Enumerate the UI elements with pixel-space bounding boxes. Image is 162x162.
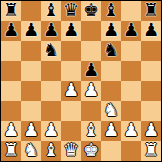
square-f8[interactable]: ♝ bbox=[101, 1, 121, 21]
square-c7[interactable]: ♟ bbox=[41, 21, 61, 41]
white-king: ♚ bbox=[83, 141, 99, 160]
square-a3[interactable] bbox=[1, 101, 21, 121]
square-f2[interactable]: ♟ bbox=[101, 121, 121, 141]
square-e7[interactable] bbox=[81, 21, 101, 41]
square-e1[interactable]: ♚ bbox=[81, 141, 101, 161]
square-h7[interactable]: ♟ bbox=[141, 21, 161, 41]
black-pawn: ♟ bbox=[83, 61, 99, 80]
square-f7[interactable]: ♟ bbox=[101, 21, 121, 41]
square-g2[interactable]: ♟ bbox=[121, 121, 141, 141]
black-knight: ♞ bbox=[43, 41, 59, 60]
white-pawn: ♟ bbox=[43, 121, 59, 140]
square-d5[interactable] bbox=[61, 61, 81, 81]
square-b5[interactable] bbox=[21, 61, 41, 81]
square-d7[interactable]: ♟ bbox=[61, 21, 81, 41]
square-f6[interactable]: ♞ bbox=[101, 41, 121, 61]
square-b6[interactable] bbox=[21, 41, 41, 61]
square-b2[interactable]: ♟ bbox=[21, 121, 41, 141]
white-knight: ♞ bbox=[23, 141, 39, 160]
square-a1[interactable]: ♜ bbox=[1, 141, 21, 161]
black-bishop: ♝ bbox=[103, 1, 119, 20]
white-bishop: ♝ bbox=[43, 141, 59, 160]
square-f3[interactable]: ♞ bbox=[101, 101, 121, 121]
square-a6[interactable] bbox=[1, 41, 21, 61]
square-a5[interactable] bbox=[1, 61, 21, 81]
square-a4[interactable] bbox=[1, 81, 21, 101]
square-g8[interactable] bbox=[121, 1, 141, 21]
white-pawn: ♟ bbox=[103, 121, 119, 140]
square-b8[interactable] bbox=[21, 1, 41, 21]
square-a7[interactable]: ♟ bbox=[1, 21, 21, 41]
white-rook: ♜ bbox=[3, 141, 19, 160]
square-h4[interactable] bbox=[141, 81, 161, 101]
square-d3[interactable] bbox=[61, 101, 81, 121]
white-pawn: ♟ bbox=[63, 81, 79, 100]
square-g4[interactable] bbox=[121, 81, 141, 101]
black-pawn: ♟ bbox=[23, 21, 39, 40]
square-g1[interactable] bbox=[121, 141, 141, 161]
square-e5[interactable]: ♟ bbox=[81, 61, 101, 81]
black-bishop: ♝ bbox=[43, 1, 59, 20]
black-pawn: ♟ bbox=[103, 21, 119, 40]
black-king: ♚ bbox=[83, 1, 99, 20]
square-c4[interactable] bbox=[41, 81, 61, 101]
white-pawn: ♟ bbox=[123, 121, 139, 140]
square-d1[interactable]: ♛ bbox=[61, 141, 81, 161]
square-e6[interactable] bbox=[81, 41, 101, 61]
white-rook: ♜ bbox=[143, 141, 159, 160]
white-pawn: ♟ bbox=[143, 121, 159, 140]
white-pawn: ♟ bbox=[23, 121, 39, 140]
square-h6[interactable] bbox=[141, 41, 161, 61]
square-b7[interactable]: ♟ bbox=[21, 21, 41, 41]
square-f1[interactable] bbox=[101, 141, 121, 161]
white-queen: ♛ bbox=[63, 141, 79, 160]
black-pawn: ♟ bbox=[123, 21, 139, 40]
black-pawn: ♟ bbox=[43, 21, 59, 40]
square-e4[interactable]: ♟ bbox=[81, 81, 101, 101]
square-a8[interactable]: ♜ bbox=[1, 1, 21, 21]
square-g7[interactable]: ♟ bbox=[121, 21, 141, 41]
square-e8[interactable]: ♚ bbox=[81, 1, 101, 21]
square-h8[interactable]: ♜ bbox=[141, 1, 161, 21]
square-g5[interactable] bbox=[121, 61, 141, 81]
square-d2[interactable] bbox=[61, 121, 81, 141]
black-queen: ♛ bbox=[63, 1, 79, 20]
white-knight: ♞ bbox=[103, 101, 119, 120]
square-c1[interactable]: ♝ bbox=[41, 141, 61, 161]
square-c3[interactable] bbox=[41, 101, 61, 121]
square-f4[interactable] bbox=[101, 81, 121, 101]
square-h5[interactable] bbox=[141, 61, 161, 81]
square-c8[interactable]: ♝ bbox=[41, 1, 61, 21]
square-d4[interactable]: ♟ bbox=[61, 81, 81, 101]
square-e2[interactable]: ♝ bbox=[81, 121, 101, 141]
square-h2[interactable]: ♟ bbox=[141, 121, 161, 141]
black-pawn: ♟ bbox=[3, 21, 19, 40]
black-rook: ♜ bbox=[143, 1, 159, 20]
white-pawn: ♟ bbox=[83, 81, 99, 100]
square-c6[interactable]: ♞ bbox=[41, 41, 61, 61]
square-d8[interactable]: ♛ bbox=[61, 1, 81, 21]
chess-board: ♜♝♛♚♝♜♟♟♟♟♟♟♟♞♞♟♟♟♞♟♟♟♝♟♟♟♜♞♝♛♚♜ bbox=[0, 0, 162, 162]
square-b3[interactable] bbox=[21, 101, 41, 121]
square-h3[interactable] bbox=[141, 101, 161, 121]
square-d6[interactable] bbox=[61, 41, 81, 61]
black-rook: ♜ bbox=[3, 1, 19, 20]
square-c2[interactable]: ♟ bbox=[41, 121, 61, 141]
white-pawn: ♟ bbox=[3, 121, 19, 140]
black-pawn: ♟ bbox=[143, 21, 159, 40]
square-g6[interactable] bbox=[121, 41, 141, 61]
white-bishop: ♝ bbox=[83, 121, 99, 140]
square-a2[interactable]: ♟ bbox=[1, 121, 21, 141]
black-pawn: ♟ bbox=[63, 21, 79, 40]
square-f5[interactable] bbox=[101, 61, 121, 81]
square-g3[interactable] bbox=[121, 101, 141, 121]
square-c5[interactable] bbox=[41, 61, 61, 81]
square-b4[interactable] bbox=[21, 81, 41, 101]
square-h1[interactable]: ♜ bbox=[141, 141, 161, 161]
square-b1[interactable]: ♞ bbox=[21, 141, 41, 161]
black-knight: ♞ bbox=[103, 41, 119, 60]
square-e3[interactable] bbox=[81, 101, 101, 121]
